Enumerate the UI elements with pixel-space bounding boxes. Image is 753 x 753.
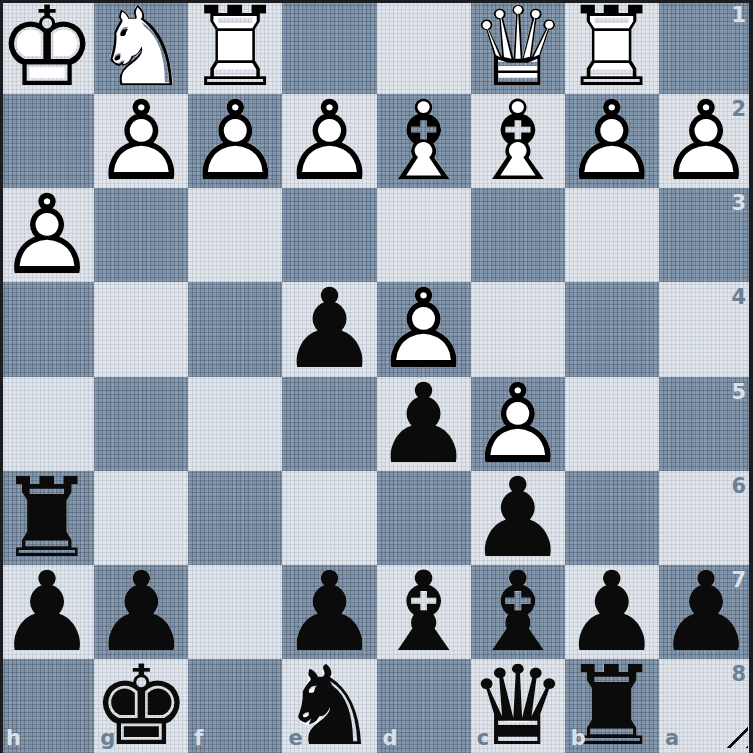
white-bishop[interactable]: ♝♗ [471, 94, 565, 188]
rank-label-6: 6 [731, 476, 746, 497]
board-stage: ♚♔♞♘♜♖♛♕♜♖1♟♙♟♙♟♙♝♗♝♗♟♙2♟♙♟♙3♙♟♟♙4♙♟♟♙5♖… [0, 0, 753, 753]
file-label-f: f [194, 728, 203, 749]
black-bishop[interactable]: ♗♝ [377, 565, 471, 659]
square-e8[interactable]: e♘♞ [282, 659, 376, 753]
white-pawn[interactable]: ♟♙ [282, 94, 376, 188]
square-g2[interactable]: ♟♙ [94, 94, 188, 188]
square-f4[interactable] [188, 282, 282, 376]
black-knight[interactable]: ♘♞ [282, 659, 376, 753]
square-f5[interactable] [188, 377, 282, 471]
square-b5[interactable] [565, 377, 659, 471]
square-f6[interactable] [188, 471, 282, 565]
white-pawn[interactable]: ♟♙ [659, 94, 753, 188]
square-f8[interactable]: f [188, 659, 282, 753]
square-d2[interactable]: ♝♗ [377, 94, 471, 188]
file-label-h: h [6, 728, 21, 749]
file-label-a: a [665, 728, 679, 749]
black-pawn[interactable]: ♙♟ [377, 377, 471, 471]
square-d7[interactable]: ♗♝ [377, 565, 471, 659]
square-c8[interactable]: c♕♛ [471, 659, 565, 753]
black-king[interactable]: ♔♚ [94, 659, 188, 753]
white-king[interactable]: ♚♔ [0, 0, 94, 94]
rank-label-5: 5 [731, 382, 746, 403]
rank-label-4: 4 [731, 287, 746, 308]
square-h7[interactable]: ♙♟ [0, 565, 94, 659]
square-h1[interactable]: ♚♔ [0, 0, 94, 94]
square-g5[interactable] [94, 377, 188, 471]
square-g8[interactable]: g♔♚ [94, 659, 188, 753]
square-f7[interactable] [188, 565, 282, 659]
rank-label-1: 1 [731, 5, 746, 26]
black-pawn[interactable]: ♙♟ [282, 282, 376, 376]
square-f2[interactable]: ♟♙ [188, 94, 282, 188]
square-a5[interactable]: 5 [659, 377, 753, 471]
square-b8[interactable]: b♖♜ [565, 659, 659, 753]
square-b4[interactable] [565, 282, 659, 376]
black-pawn[interactable]: ♙♟ [659, 565, 753, 659]
square-c2[interactable]: ♝♗ [471, 94, 565, 188]
black-pawn[interactable]: ♙♟ [0, 565, 94, 659]
square-b2[interactable]: ♟♙ [565, 94, 659, 188]
white-pawn[interactable]: ♟♙ [188, 94, 282, 188]
black-queen[interactable]: ♕♛ [471, 659, 565, 753]
white-bishop[interactable]: ♝♗ [377, 94, 471, 188]
square-e2[interactable]: ♟♙ [282, 94, 376, 188]
chess-board: ♚♔♞♘♜♖♛♕♜♖1♟♙♟♙♟♙♝♗♝♗♟♙2♟♙♟♙3♙♟♟♙4♙♟♟♙5♖… [0, 0, 753, 753]
square-a4[interactable]: 4 [659, 282, 753, 376]
square-e4[interactable]: ♙♟ [282, 282, 376, 376]
file-label-d: d [383, 728, 398, 749]
square-h3[interactable]: ♟♙ [0, 188, 94, 282]
white-pawn[interactable]: ♟♙ [94, 94, 188, 188]
square-g4[interactable] [94, 282, 188, 376]
square-a7[interactable]: 7♙♟ [659, 565, 753, 659]
square-a2[interactable]: 2♟♙ [659, 94, 753, 188]
black-rook[interactable]: ♖♜ [565, 659, 659, 753]
white-pawn[interactable]: ♟♙ [565, 94, 659, 188]
white-pawn[interactable]: ♟♙ [0, 188, 94, 282]
square-d5[interactable]: ♙♟ [377, 377, 471, 471]
